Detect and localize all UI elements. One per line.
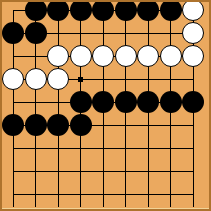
intersection-c1-r6[interactable] bbox=[2, 114, 25, 137]
intersection-c3-r9[interactable] bbox=[47, 183, 70, 206]
intersection-c5-r7[interactable] bbox=[92, 137, 115, 160]
intersection-c7-r6[interactable] bbox=[137, 114, 160, 137]
intersection-c3-r5[interactable] bbox=[47, 91, 70, 114]
intersection-c5-r2[interactable] bbox=[92, 22, 115, 45]
white-stone bbox=[160, 45, 182, 67]
black-stone bbox=[137, 0, 159, 21]
intersection-c9-r2[interactable] bbox=[182, 22, 205, 45]
intersection-c2-r8[interactable] bbox=[24, 160, 47, 183]
board-intersections bbox=[2, 0, 205, 206]
intersection-c4-r2[interactable] bbox=[69, 22, 92, 45]
intersection-c1-r3[interactable] bbox=[2, 45, 25, 68]
intersection-c1-r9[interactable] bbox=[2, 183, 25, 206]
black-stone bbox=[47, 0, 69, 21]
intersection-c3-r3[interactable] bbox=[47, 45, 70, 68]
black-stone bbox=[115, 91, 137, 113]
intersection-c2-r6[interactable] bbox=[24, 114, 47, 137]
intersection-c3-r2[interactable] bbox=[47, 22, 70, 45]
intersection-c6-r5[interactable] bbox=[114, 91, 137, 114]
intersection-c4-r6[interactable] bbox=[69, 114, 92, 137]
intersection-c9-r8[interactable] bbox=[182, 160, 205, 183]
intersection-c5-r4[interactable] bbox=[92, 68, 115, 91]
intersection-c5-r8[interactable] bbox=[92, 160, 115, 183]
intersection-c5-r9[interactable] bbox=[92, 183, 115, 206]
white-stone bbox=[25, 68, 47, 90]
black-stone bbox=[25, 114, 47, 136]
intersection-c8-r8[interactable] bbox=[159, 160, 182, 183]
white-stone bbox=[182, 45, 204, 67]
intersection-c7-r1[interactable] bbox=[137, 0, 160, 22]
intersection-c7-r5[interactable] bbox=[137, 91, 160, 114]
intersection-c5-r3[interactable] bbox=[92, 45, 115, 68]
intersection-c3-r4[interactable] bbox=[47, 68, 70, 91]
intersection-c4-r8[interactable] bbox=[69, 160, 92, 183]
intersection-c7-r7[interactable] bbox=[137, 137, 160, 160]
intersection-c9-r9[interactable] bbox=[182, 183, 205, 206]
intersection-c3-r7[interactable] bbox=[47, 137, 70, 160]
intersection-c4-r7[interactable] bbox=[69, 137, 92, 160]
intersection-c5-r1[interactable] bbox=[92, 0, 115, 22]
white-stone bbox=[70, 45, 92, 67]
intersection-c2-r4[interactable] bbox=[24, 68, 47, 91]
black-stone bbox=[160, 91, 182, 113]
intersection-c8-r7[interactable] bbox=[159, 137, 182, 160]
intersection-c9-r1[interactable] bbox=[182, 0, 205, 22]
intersection-c7-r4[interactable] bbox=[137, 68, 160, 91]
black-stone bbox=[25, 0, 47, 21]
black-stone bbox=[70, 114, 92, 136]
intersection-c2-r3[interactable] bbox=[24, 45, 47, 68]
intersection-c8-r3[interactable] bbox=[159, 45, 182, 68]
intersection-c1-r1[interactable] bbox=[2, 0, 25, 22]
black-stone bbox=[70, 0, 92, 21]
intersection-c8-r5[interactable] bbox=[159, 91, 182, 114]
intersection-c6-r1[interactable] bbox=[114, 0, 137, 22]
black-stone bbox=[2, 22, 24, 44]
intersection-c2-r2[interactable] bbox=[24, 22, 47, 45]
intersection-c8-r6[interactable] bbox=[159, 114, 182, 137]
intersection-c9-r6[interactable] bbox=[182, 114, 205, 137]
intersection-c2-r9[interactable] bbox=[24, 183, 47, 206]
black-stone bbox=[115, 0, 137, 21]
white-stone bbox=[182, 0, 204, 21]
intersection-c6-r4[interactable] bbox=[114, 68, 137, 91]
black-stone bbox=[182, 91, 204, 113]
intersection-c6-r9[interactable] bbox=[114, 183, 137, 206]
black-stone bbox=[160, 0, 182, 21]
intersection-c1-r7[interactable] bbox=[2, 137, 25, 160]
black-stone bbox=[92, 91, 114, 113]
intersection-c4-r5[interactable] bbox=[69, 91, 92, 114]
intersection-c7-r8[interactable] bbox=[137, 160, 160, 183]
white-stone bbox=[92, 45, 114, 67]
intersection-c9-r3[interactable] bbox=[182, 45, 205, 68]
intersection-c9-r4[interactable] bbox=[182, 68, 205, 91]
intersection-c6-r8[interactable] bbox=[114, 160, 137, 183]
black-stone bbox=[2, 114, 24, 136]
intersection-c2-r1[interactable] bbox=[24, 0, 47, 22]
intersection-c7-r2[interactable] bbox=[137, 22, 160, 45]
black-stone bbox=[47, 114, 69, 136]
black-stone bbox=[137, 91, 159, 113]
intersection-c1-r2[interactable] bbox=[2, 22, 25, 45]
intersection-c3-r6[interactable] bbox=[47, 114, 70, 137]
intersection-c4-r9[interactable] bbox=[69, 183, 92, 206]
white-stone bbox=[115, 45, 137, 67]
intersection-c4-r1[interactable] bbox=[69, 0, 92, 22]
intersection-c8-r1[interactable] bbox=[159, 0, 182, 22]
intersection-c6-r6[interactable] bbox=[114, 114, 137, 137]
intersection-c8-r2[interactable] bbox=[159, 22, 182, 45]
intersection-c2-r7[interactable] bbox=[24, 137, 47, 160]
intersection-c1-r5[interactable] bbox=[2, 91, 25, 114]
intersection-c7-r9[interactable] bbox=[137, 183, 160, 206]
intersection-c2-r5[interactable] bbox=[24, 91, 47, 114]
go-board bbox=[0, 0, 211, 211]
intersection-c5-r6[interactable] bbox=[92, 114, 115, 137]
white-stone bbox=[47, 68, 69, 90]
intersection-c7-r3[interactable] bbox=[137, 45, 160, 68]
intersection-c1-r4[interactable] bbox=[2, 68, 25, 91]
white-stone bbox=[47, 45, 69, 67]
intersection-c9-r5[interactable] bbox=[182, 91, 205, 114]
black-stone bbox=[25, 22, 47, 44]
black-stone bbox=[92, 0, 114, 21]
intersection-c5-r5[interactable] bbox=[92, 91, 115, 114]
intersection-c9-r7[interactable] bbox=[182, 137, 205, 160]
white-stone bbox=[182, 22, 204, 44]
intersection-c6-r2[interactable] bbox=[114, 22, 137, 45]
white-stone bbox=[137, 45, 159, 67]
intersection-c1-r8[interactable] bbox=[2, 160, 25, 183]
white-stone bbox=[2, 68, 24, 90]
intersection-c4-r4[interactable] bbox=[69, 68, 92, 91]
intersection-c3-r1[interactable] bbox=[47, 0, 70, 22]
intersection-c4-r3[interactable] bbox=[69, 45, 92, 68]
black-stone bbox=[70, 91, 92, 113]
intersection-c8-r4[interactable] bbox=[159, 68, 182, 91]
intersection-c6-r7[interactable] bbox=[114, 137, 137, 160]
intersection-c8-r9[interactable] bbox=[159, 183, 182, 206]
intersection-c3-r8[interactable] bbox=[47, 160, 70, 183]
intersection-c6-r3[interactable] bbox=[114, 45, 137, 68]
